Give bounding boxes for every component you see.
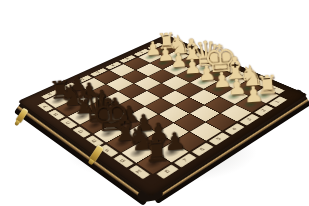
piece-white-rook: ♜: [156, 30, 177, 52]
coordinate-label: C: [60, 118, 78, 129]
chess-set-photo: 88AA77BB66CC55DD44EE33FF22GG11HH ♜♟♟♜♞♟♟…: [0, 0, 309, 206]
piece-felt-base: [167, 64, 185, 73]
piece-white-pawn: ♟: [197, 64, 217, 85]
square-e3: [176, 83, 204, 97]
square-c2: ♟: [163, 63, 189, 76]
chess-board: 88AA77BB66CC55DD44EE33FF22GG11HH ♜♟♟♜♞♟♟…: [18, 34, 309, 197]
coordinate-label: 5: [89, 68, 107, 77]
coordinate-label: 3: [119, 55, 136, 63]
square-b2: ♟: [151, 57, 176, 69]
square-d4: [147, 83, 174, 97]
piece-felt-base: [156, 46, 173, 54]
coordinate-label: 1: [147, 43, 163, 50]
piece-white-pawn: ♟: [170, 51, 189, 71]
piece-white-pawn: ♟: [183, 57, 202, 77]
piece-felt-base: [142, 53, 159, 61]
piece-felt-base: [194, 64, 212, 73]
square-b4: [122, 70, 148, 83]
square-c3: [149, 69, 175, 82]
piece-white-pawn: ♟: [244, 85, 265, 107]
square-d2: ♟: [177, 69, 203, 82]
coordinate-label: 4: [105, 61, 122, 69]
piece-felt-base: [180, 71, 199, 80]
coordinate-label: 2: [133, 49, 149, 57]
board-tilt-wrapper: 88AA77BB66CC55DD44EE33FF22GG11HH ♜♟♟♜♞♟♟…: [0, 0, 309, 206]
piece-felt-base: [168, 52, 185, 60]
piece-felt-base: [194, 77, 213, 87]
coordinate-label: B: [48, 110, 65, 121]
square-e2: ♟: [190, 75, 217, 89]
piece-felt-base: [208, 70, 227, 79]
square-d3: [162, 76, 189, 90]
piece-black-rook: ♜: [143, 137, 172, 167]
coordinate-label: C: [192, 53, 209, 61]
coordinate-label: A: [37, 102, 54, 112]
piece-felt-base: [154, 58, 172, 67]
coordinate-label: 8: [41, 90, 60, 100]
piece-felt-base: [181, 58, 199, 67]
piece-white-pawn: ♟: [157, 46, 175, 65]
square-c4: [134, 77, 161, 91]
coordinate-label: E: [219, 65, 237, 73]
piece-felt-base: [209, 84, 228, 94]
coordinate-label: D: [205, 59, 222, 67]
square-b3: [136, 63, 162, 76]
board-grid: ♜♟♟♜♞♟♟♞♝♟♟♝♛♟♟♛♚♟♟♚♝♟♟♝♞♟♟♞♜♟♟♜: [45, 45, 279, 174]
